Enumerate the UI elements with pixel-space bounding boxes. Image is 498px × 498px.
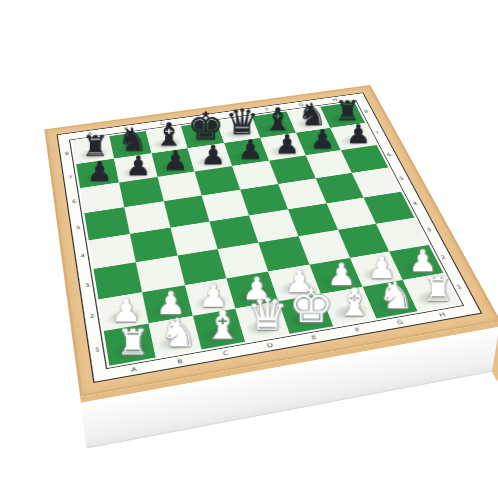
coord-label: 8	[61, 142, 73, 166]
piece-black-pawn: ♟	[163, 146, 189, 173]
piece-black-pawn: ♟	[310, 126, 335, 152]
photo-scene: ABCDEFGH ABCDEFGH 87654321 87654321 ♜♞♝♚…	[0, 0, 498, 498]
coord-label: C	[202, 346, 249, 360]
square-d7: ♟	[188, 143, 232, 171]
piece-white-rook: ♜	[422, 273, 454, 306]
piece-white-knight: ♞	[159, 313, 197, 353]
square-f7: ♟	[260, 133, 305, 161]
piece-white-king: ♚	[288, 282, 333, 329]
piece-black-pawn: ♟	[200, 141, 226, 168]
piece-black-pawn: ♟	[86, 157, 112, 184]
coord-label: H	[420, 308, 465, 321]
square-e7: ♟	[224, 138, 269, 166]
square-h5	[352, 168, 401, 198]
piece-black-pawn: ♟	[274, 131, 299, 157]
coord-label: A	[110, 362, 158, 376]
coord-label: 5	[72, 214, 85, 242]
coord-label: D	[247, 339, 293, 353]
piece-white-knight: ♞	[378, 276, 415, 314]
coord-label: 4	[76, 241, 90, 271]
square-a1: ♜	[104, 324, 156, 366]
piece-white-bishop: ♝	[204, 305, 242, 344]
square-d4	[210, 215, 259, 248]
piece-white-queen: ♛	[246, 293, 288, 337]
piece-black-pawn: ♟	[237, 136, 263, 162]
coord-label: F	[335, 323, 380, 336]
square-c1: ♝	[192, 309, 245, 350]
square-c5	[163, 196, 209, 228]
piece-black-pawn: ♟	[346, 121, 371, 147]
coord-label: G	[378, 316, 423, 329]
square-a7: ♟	[76, 159, 119, 188]
coord-label: E	[291, 331, 337, 344]
piece-black-pawn: ♟	[125, 152, 151, 179]
coord-label: 1	[90, 332, 106, 368]
square-c7: ♟	[151, 148, 195, 177]
square-a4	[89, 234, 136, 269]
coord-label: 6	[68, 188, 81, 215]
coord-label: 3	[80, 269, 94, 301]
coord-label: 2	[85, 300, 100, 334]
coord-label: B	[157, 354, 204, 368]
square-b7: ♟	[114, 153, 157, 182]
chess-box: ABCDEFGH ABCDEFGH 87654321 87654321 ♜♞♝♚…	[44, 85, 498, 397]
square-d1: ♛	[236, 301, 290, 341]
piece-white-bishop: ♝	[336, 283, 373, 322]
coord-label: 7	[64, 164, 76, 189]
product-photo: ABCDEFGH ABCDEFGH 87654321 87654321 ♜♞♝♚…	[0, 0, 498, 498]
square-b1: ♞	[148, 316, 200, 357]
square-d6	[195, 166, 241, 196]
piece-white-rook: ♜	[116, 325, 150, 360]
square-h4	[364, 192, 415, 224]
square-a6	[80, 182, 124, 213]
